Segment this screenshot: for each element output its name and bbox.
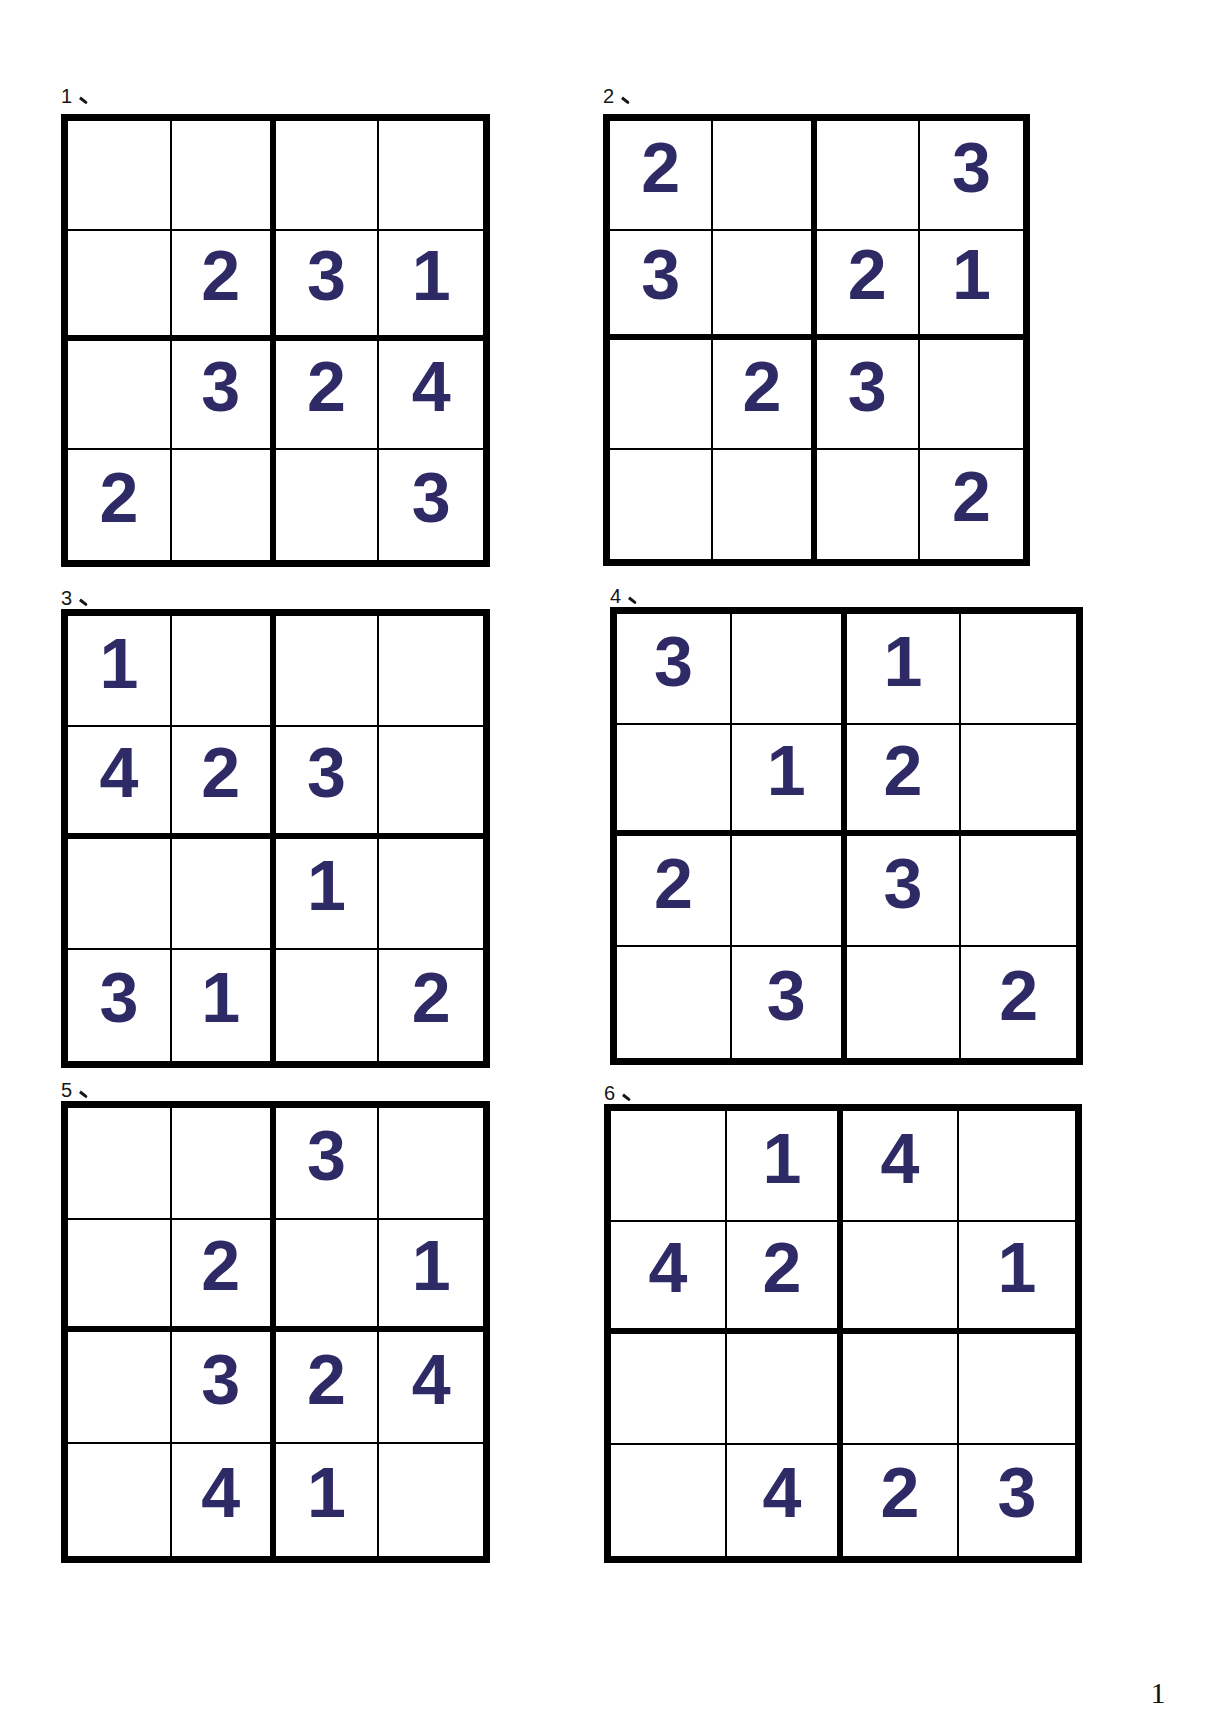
- p1-cell-r4c2: [172, 450, 276, 560]
- p4-cell-r3c4: [961, 836, 1076, 947]
- puzzle-label-number: 5: [61, 1079, 73, 1101]
- p2-cell-r3c3: 3: [817, 340, 920, 450]
- p4-cell-r4c4: 2: [961, 947, 1076, 1058]
- p5-cell-r2c2: 2: [172, 1220, 276, 1332]
- p1-cell-r4c1: 2: [68, 450, 172, 560]
- p4-cell-r4c1: [617, 947, 732, 1058]
- p5-cell-r2c3: [276, 1220, 380, 1332]
- p4-cell-r2c2: 1: [732, 725, 847, 836]
- p6-cell-r4c2: 4: [727, 1445, 843, 1556]
- p1-cell-r3c4: 4: [379, 341, 483, 451]
- p3-cell-r1c2: [172, 616, 276, 727]
- p2-cell-r1c4: 3: [920, 121, 1023, 231]
- p1-cell-r3c3: 2: [276, 341, 380, 451]
- p6-cell-r3c2: [727, 1334, 843, 1445]
- p6-cell-r2c4: 1: [959, 1222, 1075, 1333]
- p5-cell-r3c1: [68, 1332, 172, 1444]
- p2-cell-r2c2: [713, 231, 816, 341]
- p2-cell-r3c2: 2: [713, 340, 816, 450]
- p5-cell-r1c3: 3: [276, 1108, 380, 1220]
- p6-cell-r2c3: [843, 1222, 959, 1333]
- puzzle-label: 1: [61, 84, 490, 108]
- p2-cell-r2c4: 1: [920, 231, 1023, 341]
- p4-cell-r1c2: [732, 614, 847, 725]
- p6-cell-r1c2: 1: [727, 1111, 843, 1222]
- worksheet-page: 1231324232233212323142313124311223325321…: [0, 0, 1214, 1719]
- p3-cell-r2c3: 3: [276, 727, 380, 838]
- p5-cell-r4c4: [379, 1444, 483, 1556]
- p4-cell-r2c1: [617, 725, 732, 836]
- p4-cell-r2c4: [961, 725, 1076, 836]
- p1-cell-r3c1: [68, 341, 172, 451]
- p6-cell-r2c1: 4: [611, 1222, 727, 1333]
- p2-cell-r3c1: [610, 340, 713, 450]
- p2-cell-r4c4: 2: [920, 450, 1023, 560]
- puzzle-label: 3: [61, 586, 490, 610]
- p3-cell-r2c2: 2: [172, 727, 276, 838]
- p2-cell-r2c3: 2: [817, 231, 920, 341]
- p4-cell-r4c3: [847, 947, 962, 1058]
- sudoku-grid-1: 23132423: [61, 114, 490, 567]
- p4-cell-r4c2: 3: [732, 947, 847, 1058]
- p6-cell-r2c2: 2: [727, 1222, 843, 1333]
- p2-cell-r4c1: [610, 450, 713, 560]
- p5-cell-r4c3: 1: [276, 1444, 380, 1556]
- p1-cell-r4c4: 3: [379, 450, 483, 560]
- puzzle-label-number: 4: [610, 585, 622, 607]
- p3-cell-r3c3: 1: [276, 839, 380, 950]
- p5-cell-r3c2: 3: [172, 1332, 276, 1444]
- puzzle-1: 123132423: [61, 84, 490, 567]
- p6-cell-r4c4: 3: [959, 1445, 1075, 1556]
- p6-cell-r3c4: [959, 1334, 1075, 1445]
- p3-cell-r1c1: 1: [68, 616, 172, 727]
- puzzle-label-number: 6: [604, 1082, 616, 1104]
- p1-cell-r2c4: 1: [379, 231, 483, 341]
- p5-cell-r1c4: [379, 1108, 483, 1220]
- puzzle-label: 6: [604, 1081, 1082, 1105]
- p2-cell-r3c4: [920, 340, 1023, 450]
- p2-cell-r4c2: [713, 450, 816, 560]
- puzzle-label: 5: [61, 1078, 490, 1102]
- p5-cell-r2c4: 1: [379, 1220, 483, 1332]
- p5-cell-r3c4: 4: [379, 1332, 483, 1444]
- p4-cell-r3c3: 3: [847, 836, 962, 947]
- p6-cell-r1c3: 4: [843, 1111, 959, 1222]
- sudoku-grid-4: 31122332: [610, 607, 1083, 1065]
- enumeration-comma-icon: [622, 1094, 631, 1102]
- p3-cell-r2c4: [379, 727, 483, 838]
- p3-cell-r1c3: [276, 616, 380, 727]
- p4-cell-r2c3: 2: [847, 725, 962, 836]
- p2-cell-r1c1: 2: [610, 121, 713, 231]
- p2-cell-r2c1: 3: [610, 231, 713, 341]
- sudoku-grid-3: 14231312: [61, 609, 490, 1068]
- p6-cell-r1c4: [959, 1111, 1075, 1222]
- p4-cell-r3c1: 2: [617, 836, 732, 947]
- p2-cell-r1c3: [817, 121, 920, 231]
- p6-cell-r3c3: [843, 1334, 959, 1445]
- p5-cell-r1c2: [172, 1108, 276, 1220]
- p2-cell-r4c3: [817, 450, 920, 560]
- puzzle-5: 532132441: [61, 1078, 490, 1563]
- p4-cell-r1c3: 1: [847, 614, 962, 725]
- p3-cell-r4c4: 2: [379, 950, 483, 1061]
- p3-cell-r4c1: 3: [68, 950, 172, 1061]
- puzzle-label: 4: [610, 584, 1083, 608]
- p3-cell-r4c3: [276, 950, 380, 1061]
- p1-cell-r1c3: [276, 121, 380, 231]
- sudoku-grid-6: 14421423: [604, 1104, 1082, 1563]
- p6-cell-r3c1: [611, 1334, 727, 1445]
- enumeration-comma-icon: [79, 1091, 88, 1099]
- sudoku-grid-2: 23321232: [603, 114, 1030, 566]
- p1-cell-r2c3: 3: [276, 231, 380, 341]
- puzzle-label: 2: [603, 84, 1030, 108]
- p6-cell-r4c3: 2: [843, 1445, 959, 1556]
- puzzle-label-number: 3: [61, 587, 73, 609]
- p5-cell-r2c1: [68, 1220, 172, 1332]
- enumeration-comma-icon: [79, 599, 88, 607]
- enumeration-comma-icon: [628, 597, 637, 605]
- puzzle-2: 223321232: [603, 84, 1030, 566]
- page-number: 1: [1138, 1676, 1178, 1710]
- p1-cell-r3c2: 3: [172, 341, 276, 451]
- p2-cell-r1c2: [713, 121, 816, 231]
- p1-cell-r2c2: 2: [172, 231, 276, 341]
- sudoku-grid-5: 32132441: [61, 1101, 490, 1563]
- p3-cell-r3c1: [68, 839, 172, 950]
- p3-cell-r4c2: 1: [172, 950, 276, 1061]
- p4-cell-r1c1: 3: [617, 614, 732, 725]
- enumeration-comma-icon: [79, 97, 88, 105]
- p5-cell-r4c1: [68, 1444, 172, 1556]
- p3-cell-r3c2: [172, 839, 276, 950]
- p1-cell-r2c1: [68, 231, 172, 341]
- puzzle-4: 431122332: [610, 584, 1083, 1065]
- puzzle-6: 614421423: [604, 1081, 1082, 1563]
- p6-cell-r1c1: [611, 1111, 727, 1222]
- p1-cell-r4c3: [276, 450, 380, 560]
- p3-cell-r2c1: 4: [68, 727, 172, 838]
- p4-cell-r1c4: [961, 614, 1076, 725]
- p1-cell-r1c1: [68, 121, 172, 231]
- enumeration-comma-icon: [621, 97, 630, 105]
- puzzle-label-number: 1: [61, 85, 73, 107]
- p5-cell-r1c1: [68, 1108, 172, 1220]
- puzzle-3: 314231312: [61, 586, 490, 1068]
- p1-cell-r1c2: [172, 121, 276, 231]
- puzzle-label-number: 2: [603, 85, 615, 107]
- p3-cell-r3c4: [379, 839, 483, 950]
- p6-cell-r4c1: [611, 1445, 727, 1556]
- p3-cell-r1c4: [379, 616, 483, 727]
- p5-cell-r3c3: 2: [276, 1332, 380, 1444]
- p5-cell-r4c2: 4: [172, 1444, 276, 1556]
- p1-cell-r1c4: [379, 121, 483, 231]
- p4-cell-r3c2: [732, 836, 847, 947]
